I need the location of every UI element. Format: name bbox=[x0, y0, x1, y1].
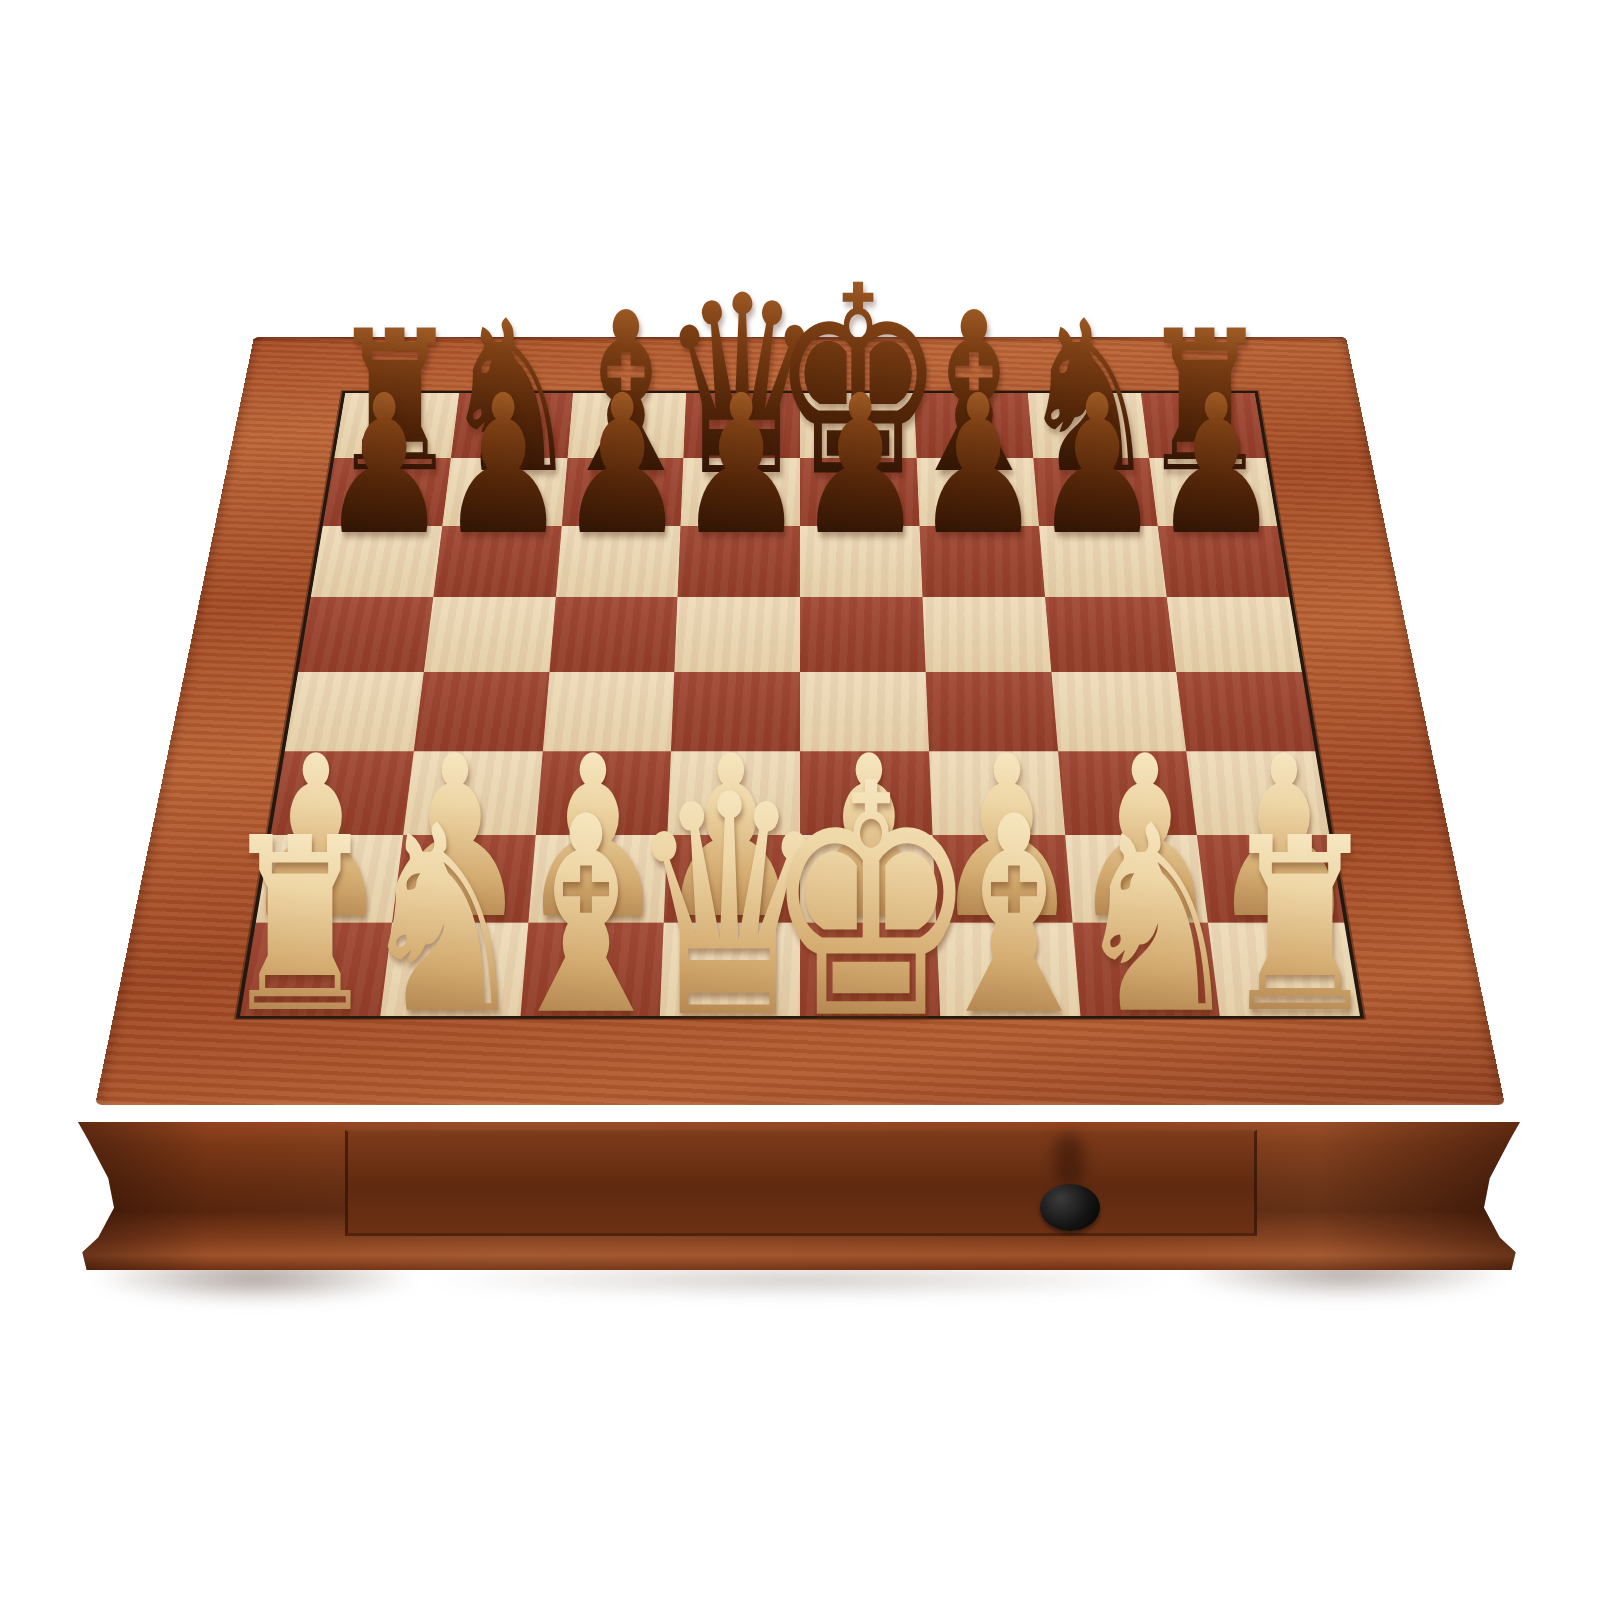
drawer-front[interactable] bbox=[345, 1130, 1257, 1236]
square-c5[interactable] bbox=[549, 597, 678, 672]
piece-black-pawn-d7[interactable]: ♟ bbox=[676, 370, 805, 562]
pieces-layer: ♜♞♝♛♚♝♞♜♟♟♟♟♟♟♟♟♟♟♟♟♟♟♟♟♜♞♝♛♚♝♞♜ bbox=[0, 0, 1600, 1600]
square-b5[interactable] bbox=[424, 597, 556, 672]
piece-black-pawn-e7[interactable]: ♟ bbox=[795, 370, 924, 562]
square-h5[interactable] bbox=[1167, 597, 1302, 672]
drawer-base-box bbox=[78, 1122, 1520, 1270]
square-e5[interactable] bbox=[800, 597, 925, 672]
square-a5[interactable] bbox=[298, 597, 433, 672]
drawer-knob[interactable] bbox=[1040, 1184, 1100, 1231]
product-photo-chess-set: ♜♞♝♛♚♝♞♜♟♟♟♟♟♟♟♟♟♟♟♟♟♟♟♟♜♞♝♛♚♝♞♜ bbox=[0, 0, 1600, 1600]
piece-black-pawn-c7[interactable]: ♟ bbox=[557, 370, 686, 562]
square-g5[interactable] bbox=[1045, 597, 1177, 672]
piece-black-pawn-f7[interactable]: ♟ bbox=[914, 370, 1043, 562]
chess-set-scene: ♜♞♝♛♚♝♞♜♟♟♟♟♟♟♟♟♟♟♟♟♟♟♟♟♜♞♝♛♚♝♞♜ bbox=[0, 0, 1600, 1600]
piece-black-pawn-a7[interactable]: ♟ bbox=[319, 370, 448, 562]
piece-black-pawn-h7[interactable]: ♟ bbox=[1152, 370, 1281, 562]
square-d5[interactable] bbox=[675, 597, 800, 672]
square-f5[interactable] bbox=[922, 597, 1051, 672]
piece-white-knight-g1[interactable]: ♞ bbox=[1070, 792, 1243, 1050]
piece-black-pawn-g7[interactable]: ♟ bbox=[1033, 370, 1162, 562]
piece-white-rook-h1[interactable]: ♜ bbox=[1219, 806, 1380, 1046]
front-edge-molding bbox=[86, 1094, 1512, 1126]
piece-black-pawn-b7[interactable]: ♟ bbox=[438, 370, 567, 562]
